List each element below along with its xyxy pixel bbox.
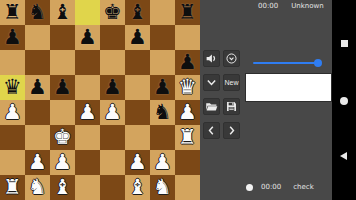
black-pawn: ♟: [153, 75, 172, 100]
square-e7[interactable]: [100, 25, 125, 50]
collapse-button[interactable]: [203, 74, 220, 91]
move-list[interactable]: [245, 73, 332, 102]
square-b1[interactable]: ♞: [25, 175, 50, 200]
white-queen: ♛: [178, 75, 197, 100]
white-to-move-indicator: [246, 184, 253, 191]
square-g3[interactable]: [150, 125, 175, 150]
square-e1[interactable]: [100, 175, 125, 200]
square-h2[interactable]: [175, 150, 200, 175]
volume-slider-track[interactable]: [253, 62, 320, 64]
square-b3[interactable]: [25, 125, 50, 150]
square-e5[interactable]: ♟: [100, 75, 125, 100]
square-e3[interactable]: [100, 125, 125, 150]
square-c7[interactable]: [50, 25, 75, 50]
square-h7[interactable]: [175, 25, 200, 50]
square-h5[interactable]: ♛: [175, 75, 200, 100]
square-h3[interactable]: ♜: [175, 125, 200, 150]
chevron-right-icon: [225, 124, 238, 137]
square-d1[interactable]: [75, 175, 100, 200]
black-king: ♚: [103, 0, 122, 25]
square-a5[interactable]: ♛: [0, 75, 25, 100]
square-d5[interactable]: [75, 75, 100, 100]
black-pawn: ♟: [3, 25, 22, 50]
volume-icon: [205, 52, 218, 65]
square-f7[interactable]: ♟: [125, 25, 150, 50]
android-navbar: [332, 0, 356, 200]
square-b5[interactable]: ♟: [25, 75, 50, 100]
floppy-disk-icon: [225, 100, 238, 113]
volume-slider[interactable]: [253, 58, 322, 67]
game-status-text: check: [293, 183, 314, 192]
options-button[interactable]: [223, 50, 240, 67]
white-pawn: ♟: [3, 100, 22, 125]
chess-board: ♜♞♝♚♝♜♟♟♟♟♛♟♟♟♟♛♟♟♟♞♟♚♜♟♟♟♟♜♞♝♝♞: [0, 0, 200, 200]
square-f3[interactable]: [125, 125, 150, 150]
square-a2[interactable]: [0, 150, 25, 175]
square-g1[interactable]: ♞: [150, 175, 175, 200]
black-pawn: ♟: [78, 25, 97, 50]
black-rook: ♜: [178, 0, 197, 25]
square-d6[interactable]: [75, 50, 100, 75]
black-clock-time: 00:00: [258, 2, 278, 11]
white-pawn: ♟: [128, 150, 147, 175]
back-triangle-icon[interactable]: [340, 152, 347, 160]
black-queen: ♛: [3, 75, 22, 100]
control-panel: 00:00 Unknown: [200, 0, 332, 200]
square-e8[interactable]: ♚: [100, 0, 125, 25]
square-a8[interactable]: ♜: [0, 0, 25, 25]
square-c2[interactable]: ♟: [50, 150, 75, 175]
square-g4[interactable]: ♞: [150, 100, 175, 125]
white-rook: ♜: [178, 125, 197, 150]
folder-open-icon: [205, 100, 218, 113]
black-knight: ♞: [153, 100, 172, 125]
black-pawn: ♟: [103, 75, 122, 100]
black-player-name: Unknown: [291, 2, 324, 11]
home-circle-icon[interactable]: [340, 97, 348, 105]
white-rook: ♜: [3, 175, 22, 200]
square-h8[interactable]: ♜: [175, 0, 200, 25]
square-a1[interactable]: ♜: [0, 175, 25, 200]
square-a4[interactable]: ♟: [0, 100, 25, 125]
square-h6[interactable]: ♟: [175, 50, 200, 75]
chevron-down-icon: [205, 76, 218, 89]
square-a3[interactable]: [0, 125, 25, 150]
black-pawn: ♟: [28, 75, 47, 100]
square-f1[interactable]: ♝: [125, 175, 150, 200]
square-g2[interactable]: ♟: [150, 150, 175, 175]
chess-app-screen: ♜♞♝♚♝♜♟♟♟♟♛♟♟♟♟♛♟♟♟♞♟♚♜♟♟♟♟♜♞♝♝♞ 00:00 U…: [0, 0, 356, 200]
square-e4[interactable]: ♟: [100, 100, 125, 125]
square-c6[interactable]: [50, 50, 75, 75]
square-g8[interactable]: [150, 0, 175, 25]
square-a7[interactable]: ♟: [0, 25, 25, 50]
black-knight: ♞: [28, 0, 47, 25]
circle-chevron-down-icon: [225, 52, 238, 65]
square-c4[interactable]: [50, 100, 75, 125]
black-pawn: ♟: [128, 25, 147, 50]
square-b7[interactable]: [25, 25, 50, 50]
white-clock-row: 00:00 check: [246, 183, 314, 192]
volume-slider-knob[interactable]: [314, 59, 322, 67]
square-e6[interactable]: [100, 50, 125, 75]
square-b8[interactable]: ♞: [25, 0, 50, 25]
recents-square-icon[interactable]: [341, 40, 348, 47]
square-d7[interactable]: ♟: [75, 25, 100, 50]
white-pawn: ♟: [153, 150, 172, 175]
white-pawn: ♟: [78, 100, 97, 125]
square-g5[interactable]: ♟: [150, 75, 175, 100]
square-d8[interactable]: [75, 0, 100, 25]
square-c1[interactable]: ♝: [50, 175, 75, 200]
white-pawn: ♟: [178, 100, 197, 125]
square-f4[interactable]: [125, 100, 150, 125]
white-pawn: ♟: [53, 150, 72, 175]
square-d4[interactable]: ♟: [75, 100, 100, 125]
square-c3[interactable]: ♚: [50, 125, 75, 150]
white-clock-time: 00:00: [261, 183, 281, 192]
square-g7[interactable]: [150, 25, 175, 50]
square-d2[interactable]: [75, 150, 100, 175]
square-h4[interactable]: ♟: [175, 100, 200, 125]
square-f6[interactable]: [125, 50, 150, 75]
step-back-button[interactable]: [203, 122, 220, 139]
panel-button-grid: New: [203, 50, 240, 139]
black-bishop: ♝: [128, 0, 147, 25]
white-king: ♚: [53, 125, 72, 150]
step-forward-button[interactable]: [223, 122, 240, 139]
square-b6[interactable]: [25, 50, 50, 75]
black-pawn: ♟: [178, 50, 197, 75]
black-rook: ♜: [3, 0, 22, 25]
square-c8[interactable]: ♝: [50, 0, 75, 25]
white-knight: ♞: [28, 175, 47, 200]
square-b4[interactable]: [25, 100, 50, 125]
black-pawn: ♟: [53, 75, 72, 100]
save-game-button[interactable]: [223, 98, 240, 115]
black-clock-row: 00:00 Unknown: [258, 2, 324, 11]
square-a6[interactable]: [0, 50, 25, 75]
load-game-button[interactable]: [203, 98, 220, 115]
square-e2[interactable]: [100, 150, 125, 175]
square-f2[interactable]: ♟: [125, 150, 150, 175]
square-f5[interactable]: [125, 75, 150, 100]
black-bishop: ♝: [53, 0, 72, 25]
square-d3[interactable]: [75, 125, 100, 150]
new-game-button[interactable]: New: [223, 74, 240, 91]
square-f8[interactable]: ♝: [125, 0, 150, 25]
white-bishop: ♝: [128, 175, 147, 200]
square-c5[interactable]: ♟: [50, 75, 75, 100]
square-b2[interactable]: ♟: [25, 150, 50, 175]
chevron-left-icon: [205, 124, 218, 137]
white-knight: ♞: [153, 175, 172, 200]
square-h1[interactable]: [175, 175, 200, 200]
white-bishop: ♝: [53, 175, 72, 200]
white-pawn: ♟: [103, 100, 122, 125]
square-g6[interactable]: [150, 50, 175, 75]
white-pawn: ♟: [28, 150, 47, 175]
mute-button[interactable]: [203, 50, 220, 67]
